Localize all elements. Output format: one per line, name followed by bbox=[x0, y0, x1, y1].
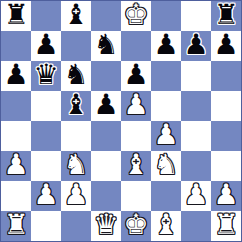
square-f2[interactable] bbox=[151, 181, 181, 211]
square-d8[interactable] bbox=[91, 1, 121, 31]
piece-black-pawn[interactable]: ♟ bbox=[33, 31, 58, 60]
square-h2[interactable]: ♟ bbox=[211, 181, 241, 211]
square-e1[interactable]: ♚ bbox=[121, 211, 151, 241]
square-d3[interactable] bbox=[91, 151, 121, 181]
piece-white-rook[interactable]: ♜ bbox=[213, 211, 238, 240]
piece-white-pawn[interactable]: ♟ bbox=[63, 181, 88, 210]
square-g6[interactable] bbox=[181, 61, 211, 91]
piece-black-pawn[interactable]: ♟ bbox=[93, 91, 118, 120]
square-f3[interactable]: ♞ bbox=[151, 151, 181, 181]
square-b2[interactable]: ♟ bbox=[31, 181, 61, 211]
square-d6[interactable] bbox=[91, 61, 121, 91]
square-c7[interactable] bbox=[61, 31, 91, 61]
piece-white-bishop[interactable]: ♝ bbox=[123, 151, 148, 180]
piece-black-bishop[interactable]: ♝ bbox=[63, 91, 88, 120]
piece-black-pawn[interactable]: ♟ bbox=[213, 31, 238, 60]
square-b3[interactable] bbox=[31, 151, 61, 181]
square-h3[interactable] bbox=[211, 151, 241, 181]
square-g8[interactable] bbox=[181, 1, 211, 31]
square-h4[interactable] bbox=[211, 121, 241, 151]
chess-app-window: ♜♝♚♜♟♞♟♟♟♟♛♞♟♝♟♟♟♟♞♝♞♟♟♟♟♜♛♚♝♜ bbox=[0, 0, 242, 242]
square-b5[interactable] bbox=[31, 91, 61, 121]
square-a3[interactable]: ♟ bbox=[1, 151, 31, 181]
square-a6[interactable]: ♟ bbox=[1, 61, 31, 91]
square-a1[interactable]: ♜ bbox=[1, 211, 31, 241]
piece-black-king[interactable]: ♚ bbox=[123, 1, 148, 30]
piece-black-knight[interactable]: ♞ bbox=[63, 61, 88, 90]
piece-white-knight[interactable]: ♞ bbox=[63, 151, 88, 180]
square-e4[interactable] bbox=[121, 121, 151, 151]
square-f8[interactable] bbox=[151, 1, 181, 31]
piece-white-queen[interactable]: ♛ bbox=[93, 211, 118, 240]
square-e3[interactable]: ♝ bbox=[121, 151, 151, 181]
piece-white-bishop[interactable]: ♝ bbox=[153, 211, 178, 240]
square-d5[interactable]: ♟ bbox=[91, 91, 121, 121]
piece-black-rook[interactable]: ♜ bbox=[3, 1, 28, 30]
square-f7[interactable]: ♟ bbox=[151, 31, 181, 61]
piece-white-rook[interactable]: ♜ bbox=[3, 211, 28, 240]
square-d7[interactable]: ♞ bbox=[91, 31, 121, 61]
piece-white-pawn[interactable]: ♟ bbox=[183, 181, 208, 210]
square-c1[interactable] bbox=[61, 211, 91, 241]
square-c4[interactable] bbox=[61, 121, 91, 151]
square-f1[interactable]: ♝ bbox=[151, 211, 181, 241]
square-e6[interactable]: ♟ bbox=[121, 61, 151, 91]
square-d2[interactable] bbox=[91, 181, 121, 211]
square-b6[interactable]: ♛ bbox=[31, 61, 61, 91]
square-b8[interactable] bbox=[31, 1, 61, 31]
piece-black-queen[interactable]: ♛ bbox=[33, 61, 58, 90]
square-h7[interactable]: ♟ bbox=[211, 31, 241, 61]
square-g7[interactable]: ♟ bbox=[181, 31, 211, 61]
square-c3[interactable]: ♞ bbox=[61, 151, 91, 181]
square-g1[interactable] bbox=[181, 211, 211, 241]
square-g4[interactable] bbox=[181, 121, 211, 151]
square-g2[interactable]: ♟ bbox=[181, 181, 211, 211]
square-f4[interactable]: ♟ bbox=[151, 121, 181, 151]
square-c2[interactable]: ♟ bbox=[61, 181, 91, 211]
square-f6[interactable] bbox=[151, 61, 181, 91]
piece-black-rook[interactable]: ♜ bbox=[213, 1, 238, 30]
square-e8[interactable]: ♚ bbox=[121, 1, 151, 31]
chess-board: ♜♝♚♜♟♞♟♟♟♟♛♞♟♝♟♟♟♟♞♝♞♟♟♟♟♜♛♚♝♜ bbox=[0, 0, 242, 242]
piece-black-pawn[interactable]: ♟ bbox=[153, 31, 178, 60]
square-a7[interactable] bbox=[1, 31, 31, 61]
square-h8[interactable]: ♜ bbox=[211, 1, 241, 31]
square-e5[interactable]: ♟ bbox=[121, 91, 151, 121]
square-a5[interactable] bbox=[1, 91, 31, 121]
square-b7[interactable]: ♟ bbox=[31, 31, 61, 61]
piece-white-king[interactable]: ♚ bbox=[123, 211, 148, 240]
square-a2[interactable] bbox=[1, 181, 31, 211]
piece-black-knight[interactable]: ♞ bbox=[93, 31, 118, 60]
square-e2[interactable] bbox=[121, 181, 151, 211]
piece-black-bishop[interactable]: ♝ bbox=[63, 1, 88, 30]
piece-black-pawn[interactable]: ♟ bbox=[3, 61, 28, 90]
square-g3[interactable] bbox=[181, 151, 211, 181]
square-h1[interactable]: ♜ bbox=[211, 211, 241, 241]
piece-white-pawn[interactable]: ♟ bbox=[33, 181, 58, 210]
square-c8[interactable]: ♝ bbox=[61, 1, 91, 31]
square-d1[interactable]: ♛ bbox=[91, 211, 121, 241]
square-a4[interactable] bbox=[1, 121, 31, 151]
square-b4[interactable] bbox=[31, 121, 61, 151]
square-c6[interactable]: ♞ bbox=[61, 61, 91, 91]
square-f5[interactable] bbox=[151, 91, 181, 121]
piece-black-pawn[interactable]: ♟ bbox=[123, 61, 148, 90]
piece-white-knight[interactable]: ♞ bbox=[153, 151, 178, 180]
piece-white-pawn[interactable]: ♟ bbox=[3, 151, 28, 180]
square-h5[interactable] bbox=[211, 91, 241, 121]
square-e7[interactable] bbox=[121, 31, 151, 61]
square-a8[interactable]: ♜ bbox=[1, 1, 31, 31]
square-b1[interactable] bbox=[31, 211, 61, 241]
piece-white-pawn[interactable]: ♟ bbox=[123, 91, 148, 120]
square-g5[interactable] bbox=[181, 91, 211, 121]
square-h6[interactable] bbox=[211, 61, 241, 91]
square-d4[interactable] bbox=[91, 121, 121, 151]
square-c5[interactable]: ♝ bbox=[61, 91, 91, 121]
piece-white-pawn[interactable]: ♟ bbox=[153, 121, 178, 150]
piece-black-pawn[interactable]: ♟ bbox=[183, 31, 208, 60]
piece-white-pawn[interactable]: ♟ bbox=[213, 181, 238, 210]
